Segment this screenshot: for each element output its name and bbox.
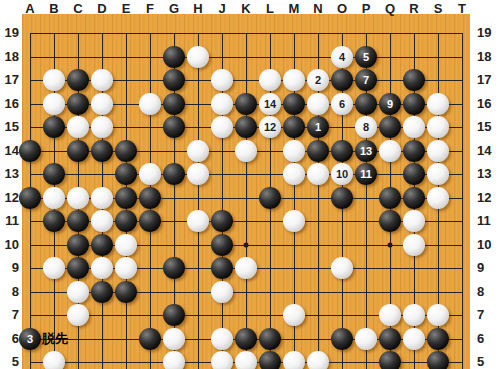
stone-black-P13: 11 (355, 163, 377, 185)
stone-black-G16 (163, 93, 185, 115)
stone-white-L16: 14 (259, 93, 281, 115)
row-label-right-9: 9 (477, 260, 499, 276)
stone-black-C11 (67, 210, 89, 232)
stone-white-D9 (91, 257, 113, 279)
stone-black-M15 (283, 116, 305, 138)
stone-white-P6 (355, 328, 377, 350)
stone-white-H11 (187, 210, 209, 232)
stone-black-Q12 (379, 187, 401, 209)
stone-white-K5 (235, 351, 257, 369)
stone-white-C12 (67, 187, 89, 209)
stone-black-E14 (115, 140, 137, 162)
stone-white-S7 (427, 304, 449, 326)
stone-black-B15 (43, 116, 65, 138)
stone-black-Q6 (379, 328, 401, 350)
stone-white-M7 (283, 304, 305, 326)
stone-white-L15: 12 (259, 116, 281, 138)
stone-black-S5 (427, 351, 449, 369)
stone-white-J8 (211, 281, 233, 303)
stone-black-O14 (331, 140, 353, 162)
stone-white-O9 (331, 257, 353, 279)
row-label-left-16: 16 (0, 96, 19, 112)
stone-black-A6: 3 (19, 328, 41, 350)
stone-white-H14 (187, 140, 209, 162)
stone-white-O18: 4 (331, 46, 353, 68)
row-label-left-5: 5 (0, 354, 19, 369)
row-label-right-13: 13 (477, 166, 499, 182)
stone-black-E8 (115, 281, 137, 303)
row-label-right-14: 14 (477, 143, 499, 159)
stone-white-H13 (187, 163, 209, 185)
stone-black-R13 (403, 163, 425, 185)
stone-black-F12 (139, 187, 161, 209)
stone-black-P17: 7 (355, 69, 377, 91)
stone-white-B12 (43, 187, 65, 209)
stone-white-J5 (211, 351, 233, 369)
col-label-E: E (114, 1, 138, 16)
row-label-right-15: 15 (477, 119, 499, 135)
stone-black-N14 (307, 140, 329, 162)
stone-white-S14 (427, 140, 449, 162)
stone-black-K16 (235, 93, 257, 115)
col-label-O: O (330, 1, 354, 16)
stone-white-S16 (427, 93, 449, 115)
star-point-Q10 (388, 242, 393, 247)
stone-black-R17 (403, 69, 425, 91)
stone-white-C8 (67, 281, 89, 303)
grid-line-col-T (462, 33, 463, 369)
col-label-B: B (42, 1, 66, 16)
stone-black-C10 (67, 234, 89, 256)
col-label-C: C (66, 1, 90, 16)
stone-black-J11 (211, 210, 233, 232)
stone-black-G9 (163, 257, 185, 279)
stone-white-R10 (403, 234, 425, 256)
stone-white-N5 (307, 351, 329, 369)
stone-white-D12 (91, 187, 113, 209)
stone-black-R12 (403, 187, 425, 209)
stone-white-L17 (259, 69, 281, 91)
star-point-K10 (244, 242, 249, 247)
row-label-left-17: 17 (0, 72, 19, 88)
stone-black-C9 (67, 257, 89, 279)
stone-white-K9 (235, 257, 257, 279)
col-label-T: T (450, 1, 474, 16)
stone-black-C16 (67, 93, 89, 115)
stone-black-A14 (19, 140, 41, 162)
stone-white-D17 (91, 69, 113, 91)
stone-white-Q14 (379, 140, 401, 162)
stone-black-F11 (139, 210, 161, 232)
col-label-S: S (426, 1, 450, 16)
stone-black-Q11 (379, 210, 401, 232)
row-label-left-7: 7 (0, 307, 19, 323)
stone-black-G7 (163, 304, 185, 326)
row-label-left-15: 15 (0, 119, 19, 135)
stone-black-L6 (259, 328, 281, 350)
stone-black-G15 (163, 116, 185, 138)
stone-black-A12 (19, 187, 41, 209)
stone-white-F13 (139, 163, 161, 185)
col-label-K: K (234, 1, 258, 16)
col-label-D: D (90, 1, 114, 16)
stone-black-L12 (259, 187, 281, 209)
stone-white-P15: 8 (355, 116, 377, 138)
stone-white-D16 (91, 93, 113, 115)
col-label-H: H (186, 1, 210, 16)
stone-white-D15 (91, 116, 113, 138)
grid-line-row-19 (30, 33, 463, 34)
col-label-Q: Q (378, 1, 402, 16)
stone-white-M14 (283, 140, 305, 162)
stone-white-J6 (211, 328, 233, 350)
stone-black-N15: 1 (307, 116, 329, 138)
row-label-left-6: 6 (0, 331, 19, 347)
stone-white-M5 (283, 351, 305, 369)
col-label-F: F (138, 1, 162, 16)
row-label-left-18: 18 (0, 49, 19, 65)
stone-black-D10 (91, 234, 113, 256)
stone-white-Q7 (379, 304, 401, 326)
stone-white-J16 (211, 93, 233, 115)
col-label-A: A (18, 1, 42, 16)
col-label-N: N (306, 1, 330, 16)
stone-black-E11 (115, 210, 137, 232)
stone-white-O16: 6 (331, 93, 353, 115)
stone-black-G13 (163, 163, 185, 185)
row-label-right-12: 12 (477, 190, 499, 206)
stone-white-B5 (43, 351, 65, 369)
stone-black-D8 (91, 281, 113, 303)
stone-black-F6 (139, 328, 161, 350)
row-label-left-12: 12 (0, 190, 19, 206)
row-label-right-7: 7 (477, 307, 499, 323)
go-kifu-diagram: 4527146912181310113 ABCDEFGHJKLMNOPQRST … (0, 0, 500, 369)
stone-white-S12 (427, 187, 449, 209)
row-label-right-16: 16 (477, 96, 499, 112)
stone-white-R6 (403, 328, 425, 350)
row-label-right-10: 10 (477, 237, 499, 253)
stone-black-K15 (235, 116, 257, 138)
stone-black-P16 (355, 93, 377, 115)
stone-white-B16 (43, 93, 65, 115)
row-label-left-9: 9 (0, 260, 19, 276)
stone-black-Q15 (379, 116, 401, 138)
stone-black-D14 (91, 140, 113, 162)
stone-black-M16 (283, 93, 305, 115)
stone-white-K14 (235, 140, 257, 162)
stone-black-K6 (235, 328, 257, 350)
stone-black-L5 (259, 351, 281, 369)
stone-black-B13 (43, 163, 65, 185)
col-label-M: M (282, 1, 306, 16)
col-label-G: G (162, 1, 186, 16)
row-label-left-8: 8 (0, 284, 19, 300)
stone-white-B17 (43, 69, 65, 91)
stone-black-Q16: 9 (379, 93, 401, 115)
grid-line-row-13 (30, 174, 463, 175)
row-label-right-5: 5 (477, 354, 499, 369)
row-label-left-19: 19 (0, 25, 19, 41)
stone-white-G6 (163, 328, 185, 350)
stone-black-P18: 5 (355, 46, 377, 68)
stone-white-B9 (43, 257, 65, 279)
stone-black-O12 (331, 187, 353, 209)
row-label-right-18: 18 (477, 49, 499, 65)
stone-white-O13: 10 (331, 163, 353, 185)
stone-black-G18 (163, 46, 185, 68)
stone-black-O6 (331, 328, 353, 350)
row-label-left-10: 10 (0, 237, 19, 253)
stone-white-M13 (283, 163, 305, 185)
stone-black-R16 (403, 93, 425, 115)
stone-black-P14: 13 (355, 140, 377, 162)
stone-white-M11 (283, 210, 305, 232)
stone-white-S15 (427, 116, 449, 138)
grid-line-col-K (246, 33, 247, 369)
stone-white-G5 (163, 351, 185, 369)
stone-black-E13 (115, 163, 137, 185)
col-label-R: R (402, 1, 426, 16)
stone-black-E12 (115, 187, 137, 209)
stone-black-O17 (331, 69, 353, 91)
stone-white-R15 (403, 116, 425, 138)
stone-white-E10 (115, 234, 137, 256)
stone-white-S13 (427, 163, 449, 185)
stone-white-J17 (211, 69, 233, 91)
row-label-left-11: 11 (0, 213, 19, 229)
row-label-right-19: 19 (477, 25, 499, 41)
stone-white-H18 (187, 46, 209, 68)
grid-line-col-H (198, 33, 199, 369)
stone-black-C14 (67, 140, 89, 162)
stone-white-E9 (115, 257, 137, 279)
stone-black-R14 (403, 140, 425, 162)
row-label-right-6: 6 (477, 331, 499, 347)
row-label-left-14: 14 (0, 143, 19, 159)
stone-white-R11 (403, 210, 425, 232)
row-label-right-11: 11 (477, 213, 499, 229)
stone-white-R7 (403, 304, 425, 326)
stone-black-S6 (427, 328, 449, 350)
stone-black-G17 (163, 69, 185, 91)
row-label-right-17: 17 (477, 72, 499, 88)
col-label-J: J (210, 1, 234, 16)
stone-white-C15 (67, 116, 89, 138)
stone-white-N17: 2 (307, 69, 329, 91)
stone-white-C7 (67, 304, 89, 326)
row-label-right-8: 8 (477, 284, 499, 300)
col-label-L: L (258, 1, 282, 16)
stone-black-B11 (43, 210, 65, 232)
stone-white-M17 (283, 69, 305, 91)
tenuki-annotation: 脱先 (42, 330, 68, 348)
stone-black-C17 (67, 69, 89, 91)
stone-white-D11 (91, 210, 113, 232)
stone-black-J10 (211, 234, 233, 256)
stone-black-J9 (211, 257, 233, 279)
grid-line-row-18 (30, 57, 463, 58)
stone-white-J15 (211, 116, 233, 138)
col-label-P: P (354, 1, 378, 16)
stone-white-F16 (139, 93, 161, 115)
stone-white-N13 (307, 163, 329, 185)
row-label-left-13: 13 (0, 166, 19, 182)
stone-black-Q5 (379, 351, 401, 369)
stone-white-N16 (307, 93, 329, 115)
